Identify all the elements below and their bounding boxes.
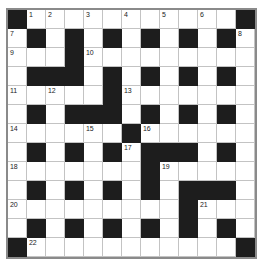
cell-r0c5[interactable] — [103, 10, 122, 29]
cell-r6c10[interactable] — [198, 124, 217, 143]
clue-number-11: 11 — [10, 87, 17, 94]
cell-r0c9[interactable] — [179, 10, 198, 29]
block-cell-r7c7 — [141, 143, 160, 162]
block-cell-r4c5 — [103, 86, 122, 105]
clue-number-22: 22 — [29, 239, 36, 246]
block-cell-r1c1 — [27, 29, 46, 48]
clue-number-17: 17 — [124, 144, 131, 151]
cell-r6c0[interactable]: 14 — [8, 124, 27, 143]
clue-number-20: 20 — [10, 201, 17, 208]
block-cell-r7c9 — [179, 143, 198, 162]
block-cell-r9c11 — [217, 181, 236, 200]
block-cell-r7c1 — [27, 143, 46, 162]
cell-r4c11[interactable] — [217, 86, 236, 105]
cell-r12c1[interactable]: 22 — [27, 238, 46, 257]
cell-r3c4[interactable] — [84, 67, 103, 86]
cell-r1c6[interactable] — [122, 29, 141, 48]
cell-r8c12[interactable] — [236, 162, 255, 181]
cell-r10c6[interactable] — [122, 200, 141, 219]
cell-r5c10[interactable] — [198, 105, 217, 124]
cell-r0c11[interactable] — [217, 10, 236, 29]
cell-r2c7[interactable] — [141, 48, 160, 67]
cell-r9c4[interactable] — [84, 181, 103, 200]
block-cell-r11c3 — [65, 219, 84, 238]
clue-number-14: 14 — [10, 125, 17, 132]
clue-number-8: 8 — [238, 30, 242, 37]
cell-r1c0[interactable]: 7 — [8, 29, 27, 48]
block-cell-r5c5 — [103, 105, 122, 124]
cell-r0c1[interactable]: 1 — [27, 10, 46, 29]
cell-r4c9[interactable] — [179, 86, 198, 105]
cell-r6c5[interactable] — [103, 124, 122, 143]
block-cell-r3c3 — [65, 67, 84, 86]
cell-r6c1[interactable] — [27, 124, 46, 143]
cell-r6c8[interactable] — [160, 124, 179, 143]
block-cell-r5c3 — [65, 105, 84, 124]
clue-number-21: 21 — [200, 201, 207, 208]
cell-r12c7[interactable] — [141, 238, 160, 257]
cell-r0c8[interactable]: 5 — [160, 10, 179, 29]
cell-r1c8[interactable] — [160, 29, 179, 48]
cell-r4c0[interactable]: 11 — [8, 86, 27, 105]
cell-r2c6[interactable] — [122, 48, 141, 67]
cell-r11c4[interactable] — [84, 219, 103, 238]
block-cell-r11c11 — [217, 219, 236, 238]
cell-r4c3[interactable] — [65, 86, 84, 105]
block-cell-r7c11 — [217, 143, 236, 162]
cell-r3c10[interactable] — [198, 67, 217, 86]
cell-r7c10[interactable] — [198, 143, 217, 162]
cell-r9c8[interactable] — [160, 181, 179, 200]
cell-r1c4[interactable] — [84, 29, 103, 48]
cell-r4c8[interactable] — [160, 86, 179, 105]
cell-r12c8[interactable] — [160, 238, 179, 257]
cell-r10c7[interactable] — [141, 200, 160, 219]
cell-r6c11[interactable] — [217, 124, 236, 143]
cell-r4c2[interactable]: 12 — [46, 86, 65, 105]
block-cell-r3c9 — [179, 67, 198, 86]
block-cell-r5c9 — [179, 105, 198, 124]
cell-r3c8[interactable] — [160, 67, 179, 86]
cell-r1c2[interactable] — [46, 29, 65, 48]
clue-number-18: 18 — [10, 163, 17, 170]
cell-r3c12[interactable] — [236, 67, 255, 86]
cell-r2c10[interactable] — [198, 48, 217, 67]
cell-r9c2[interactable] — [46, 181, 65, 200]
block-cell-r1c11 — [217, 29, 236, 48]
cell-r2c12[interactable] — [236, 48, 255, 67]
cell-r3c0[interactable] — [8, 67, 27, 86]
crossword-grid: 12345678910111213141516171819202122 — [6, 8, 257, 259]
cell-r4c1[interactable] — [27, 86, 46, 105]
cell-r10c11[interactable] — [217, 200, 236, 219]
block-cell-r5c4 — [84, 105, 103, 124]
cell-r2c2[interactable] — [46, 48, 65, 67]
block-cell-r11c7 — [141, 219, 160, 238]
block-cell-r11c1 — [27, 219, 46, 238]
cell-r8c9[interactable] — [179, 162, 198, 181]
block-cell-r12c12 — [236, 238, 255, 257]
block-cell-r1c3 — [65, 29, 84, 48]
cell-r10c2[interactable] — [46, 200, 65, 219]
block-cell-r3c7 — [141, 67, 160, 86]
clue-number-12: 12 — [48, 87, 55, 94]
cell-r0c6[interactable]: 4 — [122, 10, 141, 29]
block-cell-r9c7 — [141, 181, 160, 200]
cell-r9c12[interactable] — [236, 181, 255, 200]
cell-r8c11[interactable] — [217, 162, 236, 181]
cell-r10c0[interactable]: 20 — [8, 200, 27, 219]
cell-r4c7[interactable] — [141, 86, 160, 105]
cell-r10c8[interactable] — [160, 200, 179, 219]
cell-r5c8[interactable] — [160, 105, 179, 124]
cell-r0c4[interactable]: 3 — [84, 10, 103, 29]
block-cell-r9c9 — [179, 181, 198, 200]
clue-number-10: 10 — [86, 49, 93, 56]
cell-r10c12[interactable] — [236, 200, 255, 219]
block-cell-r5c7 — [141, 105, 160, 124]
block-cell-r9c1 — [27, 181, 46, 200]
cell-r11c10[interactable] — [198, 219, 217, 238]
cell-r12c5[interactable] — [103, 238, 122, 257]
cell-r0c3[interactable] — [65, 10, 84, 29]
cell-r12c6[interactable] — [122, 238, 141, 257]
cell-r7c4[interactable] — [84, 143, 103, 162]
cell-r1c10[interactable] — [198, 29, 217, 48]
clue-number-19: 19 — [162, 163, 169, 170]
cell-r8c2[interactable] — [46, 162, 65, 181]
block-cell-r7c8 — [160, 143, 179, 162]
cell-r5c2[interactable] — [46, 105, 65, 124]
block-cell-r9c10 — [198, 181, 217, 200]
cell-r7c2[interactable] — [46, 143, 65, 162]
cell-r10c5[interactable] — [103, 200, 122, 219]
cell-r8c3[interactable] — [65, 162, 84, 181]
block-cell-r0c12 — [236, 10, 255, 29]
block-cell-r7c5 — [103, 143, 122, 162]
cell-r8c1[interactable] — [27, 162, 46, 181]
block-cell-r0c0 — [8, 10, 27, 29]
cell-r0c7[interactable] — [141, 10, 160, 29]
cell-r9c6[interactable] — [122, 181, 141, 200]
cell-r2c4[interactable]: 10 — [84, 48, 103, 67]
block-cell-r8c7 — [141, 162, 160, 181]
block-cell-r12c0 — [8, 238, 27, 257]
clue-number-5: 5 — [162, 11, 166, 18]
cell-r8c5[interactable] — [103, 162, 122, 181]
block-cell-r7c3 — [65, 143, 84, 162]
cell-r11c6[interactable] — [122, 219, 141, 238]
block-cell-r11c9 — [179, 219, 198, 238]
cell-r11c8[interactable] — [160, 219, 179, 238]
cell-r2c11[interactable] — [217, 48, 236, 67]
cell-r9c0[interactable] — [8, 181, 27, 200]
block-cell-r2c3 — [65, 48, 84, 67]
block-cell-r5c11 — [217, 105, 236, 124]
cell-r2c8[interactable] — [160, 48, 179, 67]
cell-r6c9[interactable] — [179, 124, 198, 143]
cell-r7c12[interactable] — [236, 143, 255, 162]
clue-number-9: 9 — [10, 49, 14, 56]
cell-r3c6[interactable] — [122, 67, 141, 86]
cell-r12c2[interactable] — [46, 238, 65, 257]
clue-number-3: 3 — [86, 11, 90, 18]
clue-number-6: 6 — [200, 11, 204, 18]
cell-r7c6[interactable]: 17 — [122, 143, 141, 162]
cell-r8c8[interactable]: 19 — [160, 162, 179, 181]
cell-r10c3[interactable] — [65, 200, 84, 219]
clue-number-7: 7 — [10, 30, 14, 37]
cell-r1c12[interactable]: 8 — [236, 29, 255, 48]
cell-r5c6[interactable] — [122, 105, 141, 124]
cell-r12c4[interactable] — [84, 238, 103, 257]
cell-r8c6[interactable] — [122, 162, 141, 181]
cell-r10c4[interactable] — [84, 200, 103, 219]
block-cell-r3c5 — [103, 67, 122, 86]
block-cell-r1c5 — [103, 29, 122, 48]
cell-r8c0[interactable]: 18 — [8, 162, 27, 181]
cell-r2c5[interactable] — [103, 48, 122, 67]
cell-r2c0[interactable]: 9 — [8, 48, 27, 67]
cell-r4c12[interactable] — [236, 86, 255, 105]
cell-r8c4[interactable] — [84, 162, 103, 181]
block-cell-r5c1 — [27, 105, 46, 124]
cell-r6c7[interactable]: 16 — [141, 124, 160, 143]
cell-r10c1[interactable] — [27, 200, 46, 219]
crossword-page: 12345678910111213141516171819202122 — [0, 0, 264, 263]
cell-r11c12[interactable] — [236, 219, 255, 238]
cell-r8c10[interactable] — [198, 162, 217, 181]
block-cell-r3c2 — [46, 67, 65, 86]
cell-r0c2[interactable]: 2 — [46, 10, 65, 29]
cell-r12c3[interactable] — [65, 238, 84, 257]
cell-r12c10[interactable] — [198, 238, 217, 257]
cell-r12c11[interactable] — [217, 238, 236, 257]
cell-r6c12[interactable] — [236, 124, 255, 143]
block-cell-r3c11 — [217, 67, 236, 86]
cell-r7c0[interactable] — [8, 143, 27, 162]
clue-number-16: 16 — [143, 125, 150, 132]
cell-r0c10[interactable]: 6 — [198, 10, 217, 29]
cell-r4c10[interactable] — [198, 86, 217, 105]
cell-r10c10[interactable]: 21 — [198, 200, 217, 219]
cell-r4c6[interactable]: 13 — [122, 86, 141, 105]
block-cell-r11c5 — [103, 219, 122, 238]
cell-r6c3[interactable] — [65, 124, 84, 143]
clue-number-4: 4 — [124, 11, 128, 18]
cell-r6c2[interactable] — [46, 124, 65, 143]
cell-r6c4[interactable]: 15 — [84, 124, 103, 143]
clue-number-13: 13 — [124, 87, 131, 94]
block-cell-r3c1 — [27, 67, 46, 86]
block-cell-r1c9 — [179, 29, 198, 48]
cell-r2c9[interactable] — [179, 48, 198, 67]
cell-r11c2[interactable] — [46, 219, 65, 238]
clue-number-2: 2 — [48, 11, 52, 18]
cell-r2c1[interactable] — [27, 48, 46, 67]
cell-r5c0[interactable] — [8, 105, 27, 124]
block-cell-r9c3 — [65, 181, 84, 200]
block-cell-r6c6 — [122, 124, 141, 143]
cell-r4c4[interactable] — [84, 86, 103, 105]
clue-number-15: 15 — [86, 125, 93, 132]
block-cell-r9c5 — [103, 181, 122, 200]
cell-r11c0[interactable] — [8, 219, 27, 238]
clue-number-1: 1 — [29, 11, 33, 18]
block-cell-r1c7 — [141, 29, 160, 48]
cell-r12c9[interactable] — [179, 238, 198, 257]
block-cell-r10c9 — [179, 200, 198, 219]
cell-r5c12[interactable] — [236, 105, 255, 124]
